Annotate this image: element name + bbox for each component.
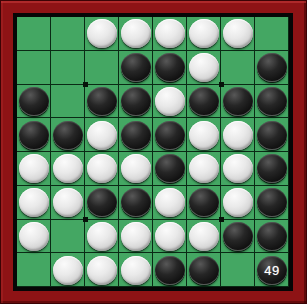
cell-b3[interactable] — [51, 85, 85, 119]
cell-e6[interactable] — [153, 186, 187, 220]
cell-e3[interactable] — [153, 85, 187, 119]
white-disc — [121, 19, 151, 48]
black-disc — [189, 188, 219, 217]
cell-a2[interactable] — [17, 51, 51, 85]
white-disc — [19, 188, 49, 217]
white-disc — [155, 19, 185, 48]
black-disc — [87, 188, 117, 217]
cell-e7[interactable] — [153, 220, 187, 254]
black-disc — [257, 222, 287, 251]
black-disc — [121, 87, 151, 116]
cell-g7[interactable] — [221, 220, 255, 254]
star-point-icon — [83, 217, 88, 222]
white-disc — [53, 256, 83, 285]
white-disc — [87, 222, 117, 251]
cell-f4[interactable] — [187, 118, 221, 152]
cell-d1[interactable] — [119, 17, 153, 51]
cell-d8[interactable] — [119, 253, 153, 287]
cell-h7[interactable] — [255, 220, 289, 254]
cell-a1[interactable] — [17, 17, 51, 51]
black-disc — [257, 188, 287, 217]
white-disc — [189, 53, 219, 82]
black-disc — [155, 154, 185, 183]
cell-h5[interactable] — [255, 152, 289, 186]
cell-f8[interactable] — [187, 253, 221, 287]
cell-d7[interactable] — [119, 220, 153, 254]
cell-d2[interactable] — [119, 51, 153, 85]
black-disc — [189, 87, 219, 116]
cell-b5[interactable] — [51, 152, 85, 186]
white-disc — [223, 19, 253, 48]
white-disc — [19, 154, 49, 183]
cell-d6[interactable] — [119, 186, 153, 220]
black-disc — [121, 121, 151, 150]
cell-a7[interactable] — [17, 220, 51, 254]
white-disc — [223, 188, 253, 217]
cell-c7[interactable] — [85, 220, 119, 254]
star-point-icon — [219, 82, 224, 87]
black-disc — [87, 87, 117, 116]
cell-d4[interactable] — [119, 118, 153, 152]
white-disc — [189, 154, 219, 183]
black-disc — [223, 222, 253, 251]
white-disc — [155, 222, 185, 251]
cell-c2[interactable] — [85, 51, 119, 85]
cell-a3[interactable] — [17, 85, 51, 119]
white-disc — [121, 222, 151, 251]
white-disc — [189, 222, 219, 251]
white-disc — [223, 154, 253, 183]
cell-g1[interactable] — [221, 17, 255, 51]
cell-h2[interactable] — [255, 51, 289, 85]
cell-d3[interactable] — [119, 85, 153, 119]
white-disc — [53, 154, 83, 183]
black-disc — [257, 53, 287, 82]
black-disc — [155, 256, 185, 285]
cell-b2[interactable] — [51, 51, 85, 85]
white-disc — [87, 256, 117, 285]
black-disc — [155, 121, 185, 150]
cell-f7[interactable] — [187, 220, 221, 254]
white-disc — [121, 154, 151, 183]
cell-a4[interactable] — [17, 118, 51, 152]
black-disc — [223, 87, 253, 116]
black-disc — [257, 87, 287, 116]
black-disc — [257, 121, 287, 150]
board-grid: 49 — [17, 17, 289, 287]
cell-a5[interactable] — [17, 152, 51, 186]
white-disc — [189, 121, 219, 150]
cell-c1[interactable] — [85, 17, 119, 51]
cell-h3[interactable] — [255, 85, 289, 119]
cell-g5[interactable] — [221, 152, 255, 186]
cell-b7[interactable] — [51, 220, 85, 254]
black-disc — [19, 121, 49, 150]
cell-f5[interactable] — [187, 152, 221, 186]
cell-b6[interactable] — [51, 186, 85, 220]
cell-h1[interactable] — [255, 17, 289, 51]
othello-board: 49 — [13, 13, 293, 291]
move-number-label: 49 — [264, 264, 279, 277]
cell-c3[interactable] — [85, 85, 119, 119]
cell-b1[interactable] — [51, 17, 85, 51]
star-point-icon — [83, 82, 88, 87]
board-frame: 49 — [0, 0, 307, 304]
black-disc — [121, 188, 151, 217]
cell-f2[interactable] — [187, 51, 221, 85]
cell-f3[interactable] — [187, 85, 221, 119]
cell-e5[interactable] — [153, 152, 187, 186]
cell-a8[interactable] — [17, 253, 51, 287]
cell-c6[interactable] — [85, 186, 119, 220]
cell-c8[interactable] — [85, 253, 119, 287]
white-disc — [87, 121, 117, 150]
white-disc — [155, 188, 185, 217]
white-disc — [223, 121, 253, 150]
black-disc — [53, 121, 83, 150]
cell-a6[interactable] — [17, 186, 51, 220]
black-disc — [121, 53, 151, 82]
cell-e1[interactable] — [153, 17, 187, 51]
white-disc — [87, 154, 117, 183]
cell-f6[interactable] — [187, 186, 221, 220]
cell-g4[interactable] — [221, 118, 255, 152]
cell-c5[interactable] — [85, 152, 119, 186]
cell-e2[interactable] — [153, 51, 187, 85]
cell-f1[interactable] — [187, 17, 221, 51]
white-disc — [87, 19, 117, 48]
star-point-icon — [219, 217, 224, 222]
white-disc — [189, 19, 219, 48]
cell-h8[interactable]: 49 — [255, 253, 289, 287]
cell-h6[interactable] — [255, 186, 289, 220]
white-disc — [53, 188, 83, 217]
cell-g8[interactable] — [221, 253, 255, 287]
cell-b4[interactable] — [51, 118, 85, 152]
white-disc — [121, 256, 151, 285]
black-disc — [19, 87, 49, 116]
cell-g6[interactable] — [221, 186, 255, 220]
white-disc — [155, 87, 185, 116]
cell-d5[interactable] — [119, 152, 153, 186]
black-disc — [189, 256, 219, 285]
cell-b8[interactable] — [51, 253, 85, 287]
white-disc — [19, 222, 49, 251]
cell-e8[interactable] — [153, 253, 187, 287]
black-disc — [155, 53, 185, 82]
cell-e4[interactable] — [153, 118, 187, 152]
black-disc: 49 — [257, 256, 287, 285]
cell-g3[interactable] — [221, 85, 255, 119]
cell-g2[interactable] — [221, 51, 255, 85]
cell-h4[interactable] — [255, 118, 289, 152]
black-disc — [257, 154, 287, 183]
cell-c4[interactable] — [85, 118, 119, 152]
